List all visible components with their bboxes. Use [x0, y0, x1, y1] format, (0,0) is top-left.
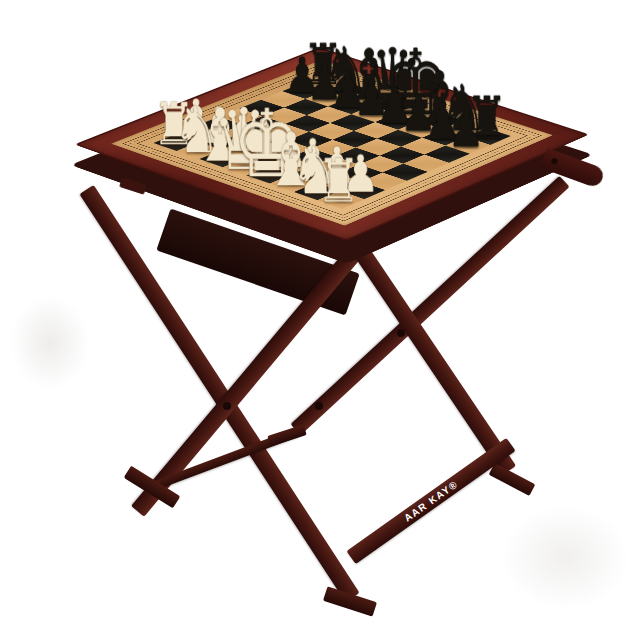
- bracket-pin: [551, 157, 559, 165]
- brand-label: AAR KAY®: [402, 478, 460, 524]
- hinge-bolt: [223, 402, 231, 410]
- stretcher-bar-front: AAR KAY®: [346, 438, 515, 564]
- chess-table-photo: AAR KAY® ♜♞♝♛♚♝♞♜♟♟♟♟♟♟♟♟♟♟♟♟♟♟♟♟♜♞♝♛♚♝♞…: [0, 0, 640, 640]
- hinge-bolt: [315, 402, 323, 410]
- table-foot-back: [267, 424, 307, 446]
- background-smudge: [500, 505, 630, 610]
- table-top: ♜♞♝♛♚♝♞♜♟♟♟♟♟♟♟♟♟♟♟♟♟♟♟♟♜♞♝♛♚♝♞♜: [74, 47, 589, 241]
- background-smudge: [10, 295, 90, 390]
- hinge-bolt: [397, 329, 405, 337]
